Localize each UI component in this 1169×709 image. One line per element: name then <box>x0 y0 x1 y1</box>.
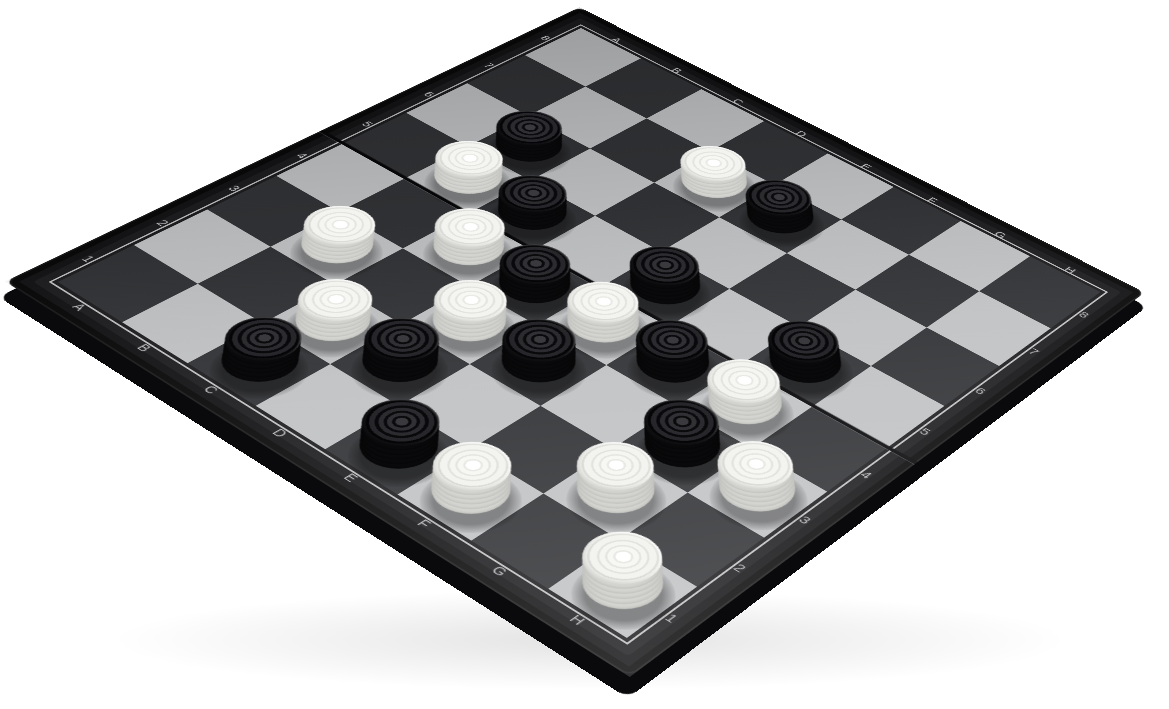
checker-black-e7 <box>734 192 827 244</box>
product-photo-scene: AA88BB77CC66DD55EE44FF33GG22HH11 <box>0 0 1169 709</box>
checker-black-e3 <box>486 334 590 396</box>
checker-white-b3 <box>286 220 388 276</box>
checkers-board: AA88BB77CC66DD55EE44FF33GG22HH11 <box>5 7 1145 677</box>
pieces-layer <box>58 28 1101 638</box>
checker-black-d2 <box>347 333 454 396</box>
checker-white-h3 <box>704 458 811 527</box>
checker-white-h1 <box>566 550 680 626</box>
checker-black-c1 <box>204 332 313 395</box>
checker-white-f1 <box>415 459 527 529</box>
checker-white-g2 <box>561 459 671 528</box>
